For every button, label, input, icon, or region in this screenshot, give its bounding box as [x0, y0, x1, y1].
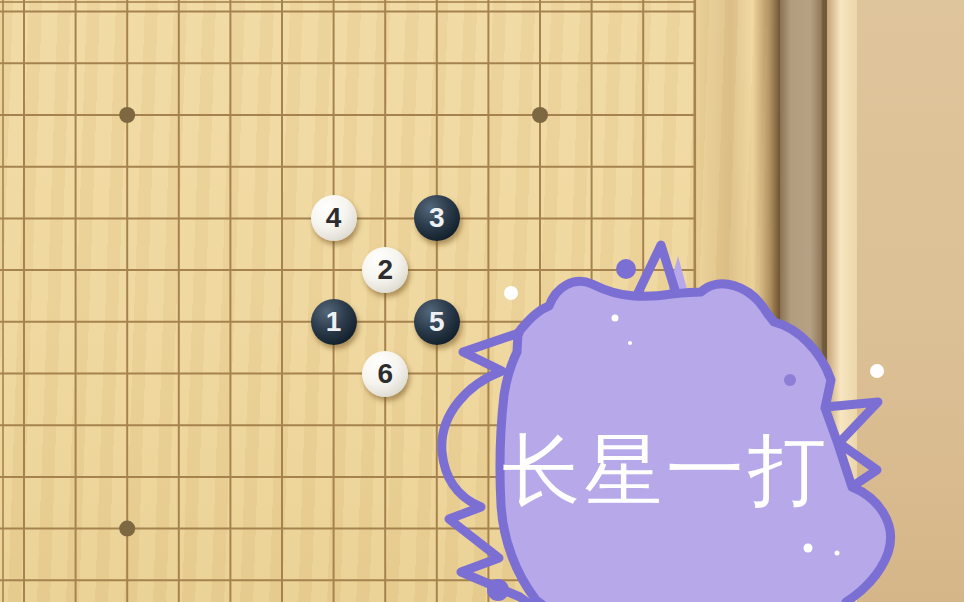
- stone-white-4: 4: [311, 195, 357, 241]
- stone-number: 4: [326, 204, 342, 232]
- stone-number: 1: [326, 308, 342, 336]
- stone-black-1: 1: [311, 299, 357, 345]
- stone-number: 6: [377, 360, 393, 388]
- stone-white-2: 2: [362, 247, 408, 293]
- wall-highlight: [827, 0, 857, 602]
- go-board[interactable]: 123456: [0, 0, 780, 602]
- app-screen: 123456 长星一打: [0, 0, 964, 602]
- stone-number: 5: [429, 308, 445, 336]
- stone-number: 3: [429, 204, 445, 232]
- stones-layer: 123456: [0, 0, 780, 602]
- stone-black-3: 3: [414, 195, 460, 241]
- wall-panel: [857, 0, 964, 602]
- board-side-gap: [780, 0, 823, 602]
- stone-number: 2: [377, 256, 393, 284]
- stone-black-5: 5: [414, 299, 460, 345]
- stone-white-6: 6: [362, 351, 408, 397]
